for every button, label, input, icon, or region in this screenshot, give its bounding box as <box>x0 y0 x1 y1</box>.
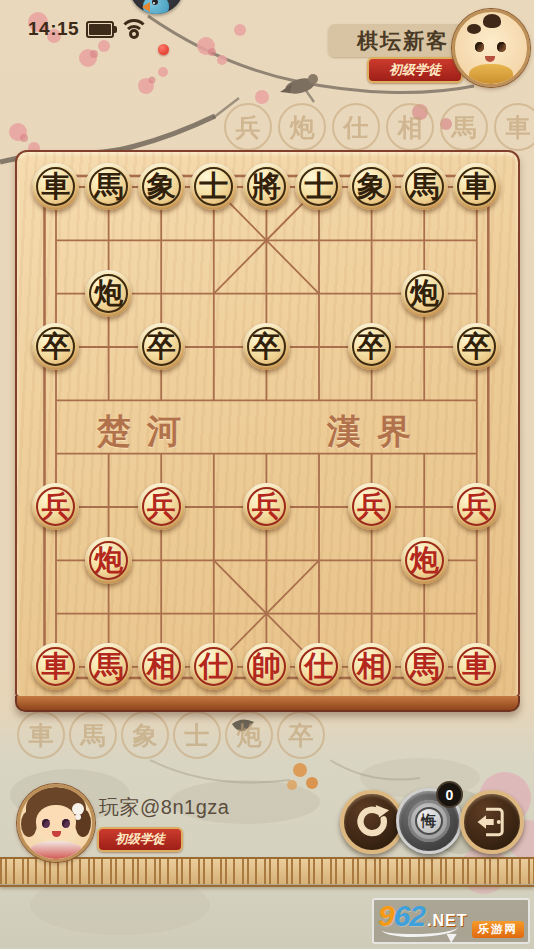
piece-black-馬[interactable]: 馬 <box>85 163 132 210</box>
status-bar: 14:15 <box>28 18 147 40</box>
opponent-avatar[interactable] <box>452 9 530 87</box>
piece-black-卒[interactable]: 卒 <box>348 323 395 370</box>
piece-black-卒[interactable]: 卒 <box>243 323 290 370</box>
game-screen: 14:15 棋坛新客 初级学徒 兵炮仕相馬車 車馬象士炮卒 楚河 漢界 車馬象士… <box>0 0 534 949</box>
piece-black-士[interactable]: 士 <box>190 163 237 210</box>
bird-icon <box>143 0 169 14</box>
ghost-piece: 象 <box>121 711 169 759</box>
piece-black-將[interactable]: 將 <box>243 163 290 210</box>
piece-black-車[interactable]: 車 <box>453 163 500 210</box>
piece-red-車[interactable]: 車 <box>32 643 79 690</box>
ghost-piece: 仕 <box>332 103 380 151</box>
meander-border <box>0 857 534 887</box>
ghost-piece: 馬 <box>69 711 117 759</box>
ghost-piece: 馬 <box>440 103 488 151</box>
piece-black-車[interactable]: 車 <box>32 163 79 210</box>
ghost-piece: 炮 <box>278 103 326 151</box>
avatar-hair <box>483 14 501 28</box>
camera-notch <box>129 0 184 14</box>
piece-red-馬[interactable]: 馬 <box>85 643 132 690</box>
piece-red-炮[interactable]: 炮 <box>85 537 132 584</box>
piece-black-象[interactable]: 象 <box>138 163 185 210</box>
exit-button[interactable] <box>460 790 524 854</box>
piece-black-卒[interactable]: 卒 <box>32 323 79 370</box>
piece-black-炮[interactable]: 炮 <box>401 270 448 317</box>
clock: 14:15 <box>28 18 79 40</box>
footer-divider <box>0 884 534 885</box>
exit-door-icon <box>475 805 509 839</box>
xiangqi-board: 楚河 漢界 車馬象士將士象馬車炮炮卒卒卒卒卒兵兵兵兵兵炮炮車馬相仕帥仕相馬車 <box>15 150 520 712</box>
piece-red-兵[interactable]: 兵 <box>453 483 500 530</box>
piece-black-卒[interactable]: 卒 <box>138 323 185 370</box>
piece-red-兵[interactable]: 兵 <box>138 483 185 530</box>
piece-red-兵[interactable]: 兵 <box>243 483 290 530</box>
ghost-piece-row-bottom: 車馬象士炮卒 <box>17 711 325 759</box>
piece-black-馬[interactable]: 馬 <box>401 163 448 210</box>
sparrow-art <box>280 74 318 96</box>
player-avatar[interactable] <box>17 784 95 862</box>
piece-red-馬[interactable]: 馬 <box>401 643 448 690</box>
ghost-piece-row-top: 兵炮仕相馬車 <box>224 103 534 151</box>
notification-dot <box>158 44 169 55</box>
piece-red-帥[interactable]: 帥 <box>243 643 290 690</box>
board-edge <box>15 696 520 712</box>
piece-red-兵[interactable]: 兵 <box>32 483 79 530</box>
ghost-piece: 車 <box>494 103 534 151</box>
ghost-piece: 士 <box>173 711 221 759</box>
ghost-piece: 卒 <box>277 711 325 759</box>
site-watermark: 962 .NET 乐游网 <box>372 898 530 944</box>
piece-black-士[interactable]: 士 <box>295 163 342 210</box>
piece-red-仕[interactable]: 仕 <box>295 643 342 690</box>
piece-red-相[interactable]: 相 <box>348 643 395 690</box>
ghost-piece: 相 <box>386 103 434 151</box>
player-rank-badge: 初级学徒 <box>97 827 183 852</box>
watermark-site-name: 乐游网 <box>472 921 525 938</box>
piece-red-車[interactable]: 車 <box>453 643 500 690</box>
opponent-name: 棋坛新客 <box>357 27 449 55</box>
watermark-swoosh <box>382 920 458 937</box>
piece-black-卒[interactable]: 卒 <box>453 323 500 370</box>
board-grid: 車馬象士將士象馬車炮炮卒卒卒卒卒兵兵兵兵兵炮炮車馬相仕帥仕相馬車 <box>30 160 503 693</box>
piece-red-相[interactable]: 相 <box>138 643 185 690</box>
wifi-icon <box>121 20 147 38</box>
ghost-piece: 兵 <box>224 103 272 151</box>
opponent-rank-badge: 初级学徒 <box>367 57 463 83</box>
battery-icon <box>86 21 114 38</box>
restart-icon <box>354 804 390 840</box>
piece-red-炮[interactable]: 炮 <box>401 537 448 584</box>
piece-black-象[interactable]: 象 <box>348 163 395 210</box>
undo-count-badge: 0 <box>436 781 463 808</box>
undo-label: 悔 <box>415 807 443 835</box>
restart-button[interactable] <box>340 790 404 854</box>
piece-black-炮[interactable]: 炮 <box>85 270 132 317</box>
piece-red-兵[interactable]: 兵 <box>348 483 395 530</box>
piece-red-仕[interactable]: 仕 <box>190 643 237 690</box>
ghost-piece: 車 <box>17 711 65 759</box>
ghost-piece: 炮 <box>225 711 273 759</box>
player-name: 玩家@8n1gza <box>99 794 229 821</box>
